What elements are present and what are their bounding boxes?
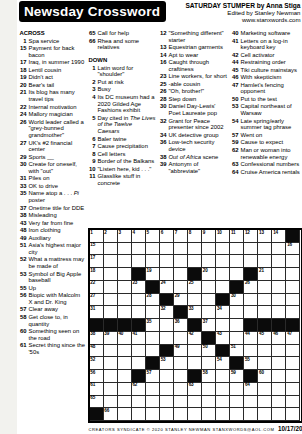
cell-r12c3[interactable]	[118, 370, 132, 383]
cell-r10c4[interactable]	[132, 345, 146, 358]
cell-r10c15[interactable]	[286, 345, 300, 358]
cell-r14c7[interactable]	[174, 396, 188, 409]
clue-across-60: 60Something seen on the road	[20, 328, 86, 341]
cell-r3c8[interactable]	[188, 255, 202, 268]
clue-number: 11	[89, 173, 98, 186]
cell-r9c4[interactable]: 41	[132, 332, 146, 345]
cell-r14c3[interactable]	[118, 396, 132, 409]
cell-r11c7[interactable]	[174, 357, 188, 370]
cell-r9c15[interactable]: 47	[286, 332, 300, 345]
cell-r6c14[interactable]	[272, 294, 286, 307]
black-cell-r4c12	[244, 268, 258, 281]
black-cell-r8c13	[258, 319, 272, 332]
cell-r13c4[interactable]: 62	[132, 383, 146, 396]
cell-number-11: 11	[231, 230, 235, 235]
cell-r4c10[interactable]	[216, 268, 230, 281]
cell-r3c15[interactable]	[286, 255, 300, 268]
cell-r9c3[interactable]: 40	[118, 332, 132, 345]
cell-r10c14[interactable]	[272, 345, 286, 358]
cell-r14c4[interactable]	[132, 396, 146, 409]
clue-text: Low-tech security device	[169, 139, 229, 152]
cell-r9c1[interactable]: 38	[90, 332, 104, 345]
cell-r2c15[interactable]: 16	[286, 243, 300, 256]
clue-number: 51	[20, 242, 29, 255]
clue-across-24: 24Mallory magician	[20, 111, 86, 118]
cell-r10c11[interactable]: 51	[230, 345, 244, 358]
cell-r13c15[interactable]	[286, 383, 300, 396]
cell-r15c8[interactable]	[188, 408, 202, 421]
clue-down-47: 47Hamlet's fencing opponent	[232, 82, 302, 95]
cell-r7c2[interactable]	[104, 306, 118, 319]
black-cell-r4c4	[132, 268, 146, 281]
cell-r4c9[interactable]: 20	[202, 268, 216, 281]
cell-r13c3[interactable]	[118, 383, 132, 396]
cell-r1c10[interactable]: 10	[216, 230, 230, 243]
cell-r3c3[interactable]	[118, 255, 132, 268]
cell-r15c14[interactable]	[272, 408, 286, 421]
cell-r15c12[interactable]	[244, 408, 258, 421]
clue-column-2: 65Call for help66Rhea and some relatives…	[89, 30, 156, 187]
cell-number-2: 2	[104, 230, 106, 235]
cell-r5c15[interactable]	[286, 281, 300, 294]
clue-text: Latin word for "shoulder"	[98, 65, 156, 78]
cell-r1c9[interactable]: 9	[202, 230, 216, 243]
cell-r2c2[interactable]	[104, 243, 118, 256]
cell-r1c4[interactable]: 4	[132, 230, 146, 243]
cell-r8c11[interactable]	[230, 319, 244, 332]
cell-r2c8[interactable]	[188, 243, 202, 256]
cell-number-26: 26	[245, 280, 250, 285]
cell-r4c11[interactable]	[230, 268, 244, 281]
clue-text: What a mattress may be made of	[29, 256, 86, 269]
clue-down-4: 4Its DC museum had a 2020 Gilded Age Fas…	[89, 94, 156, 114]
cell-number-42: 42	[189, 331, 194, 336]
clue-text: Sports __	[29, 154, 86, 161]
cell-r5c6[interactable]: 24	[160, 281, 174, 294]
cell-r10c2[interactable]	[104, 345, 118, 358]
clue-text: -able cousin	[169, 81, 229, 88]
cell-r2c14[interactable]	[272, 243, 286, 256]
cell-r2c6[interactable]	[160, 243, 174, 256]
cell-r9c13[interactable]: 45	[258, 332, 272, 345]
clue-text: World leader called a "grey-bunned grand…	[29, 119, 86, 139]
cell-r14c13[interactable]	[258, 396, 272, 409]
clue-across-65: 65Call for help	[89, 30, 156, 37]
cell-r11c1[interactable]: 52	[90, 357, 104, 370]
cell-r9c7[interactable]	[174, 332, 188, 345]
cell-r15c13[interactable]	[258, 408, 272, 421]
cell-r12c10[interactable]	[216, 370, 230, 383]
cell-r13c2[interactable]	[104, 383, 118, 396]
cell-number-3: 3	[118, 230, 120, 235]
cell-r3c4[interactable]	[132, 255, 146, 268]
cell-r13c1[interactable]: 61	[90, 383, 104, 396]
cell-r7c3[interactable]	[118, 306, 132, 319]
cell-number-22: 22	[90, 280, 95, 285]
cell-number-21: 21	[259, 268, 264, 273]
cell-r4c2[interactable]	[104, 268, 118, 281]
clue-down-42: 42Cell activator	[232, 52, 302, 59]
cell-r7c8[interactable]: 33	[188, 306, 202, 319]
masthead-title: Newsday Crossword	[19, 1, 166, 22]
cell-r3c2[interactable]	[104, 255, 118, 268]
clue-text: OK to drive	[29, 183, 86, 190]
cell-r14c11[interactable]	[230, 396, 244, 409]
clue-number: 23	[160, 73, 169, 80]
black-cell-r12c4	[132, 370, 146, 383]
clue-number: 16	[160, 59, 169, 72]
cell-number-44: 44	[245, 331, 250, 336]
cell-r5c4[interactable]: 23	[132, 281, 146, 294]
cell-r5c12[interactable]: 26	[244, 281, 258, 294]
cell-r1c1[interactable]: 1	[90, 230, 104, 243]
cell-r2c5[interactable]	[146, 243, 160, 256]
cell-r9c2[interactable]: 39	[104, 332, 118, 345]
clue-number: 8	[89, 151, 98, 158]
cell-r11c15[interactable]	[286, 357, 300, 370]
cell-r4c13[interactable]: 21	[258, 268, 272, 281]
clue-text: Capital northeast of Warsaw	[241, 103, 302, 116]
cell-r5c2[interactable]	[104, 281, 118, 294]
clue-text: Grant for Peace presenter since 2002	[169, 118, 229, 131]
cell-number-48: 48	[90, 344, 95, 349]
cell-number-25: 25	[189, 280, 194, 285]
cell-r10c12[interactable]	[244, 345, 258, 358]
cell-r14c6[interactable]	[160, 396, 174, 409]
cell-r10c1[interactable]: 48	[90, 345, 104, 358]
cell-r9c11[interactable]	[230, 332, 244, 345]
clue-number: 31	[20, 175, 29, 182]
clue-text: Up	[29, 285, 86, 292]
cell-r7c13[interactable]	[258, 306, 272, 319]
cell-r14c15[interactable]	[286, 396, 300, 409]
cell-r3c13[interactable]	[258, 255, 272, 268]
cell-r12c11[interactable]: 59	[230, 370, 244, 383]
cell-r7c9[interactable]	[202, 306, 216, 319]
cell-r7c6[interactable]: 32	[160, 306, 174, 319]
cell-r2c13[interactable]	[258, 243, 272, 256]
cell-r15c7[interactable]	[174, 408, 188, 421]
cell-r3c12[interactable]	[244, 255, 258, 268]
cell-number-4: 4	[132, 230, 134, 235]
cell-number-13: 13	[259, 230, 264, 235]
cell-r11c2[interactable]	[104, 357, 118, 370]
cell-r7c4[interactable]	[132, 306, 146, 319]
cell-r13c9[interactable]	[202, 383, 216, 396]
cell-r9c5[interactable]	[146, 332, 160, 345]
cell-r12c9[interactable]: 58	[202, 370, 216, 383]
cell-r10c5[interactable]	[146, 345, 160, 358]
cell-r2c3[interactable]	[118, 243, 132, 256]
cell-r4c7[interactable]	[174, 268, 188, 281]
cell-r7c14[interactable]	[272, 306, 286, 319]
cell-r13c6[interactable]	[160, 383, 174, 396]
clue-across-33: 33OK to drive	[20, 183, 86, 190]
cell-r11c10[interactable]: 54	[216, 357, 230, 370]
cell-r9c8[interactable]: 42	[188, 332, 202, 345]
clue-number: 9	[89, 158, 98, 165]
cell-r14c10[interactable]	[216, 396, 230, 409]
cell-r8c10[interactable]	[216, 319, 230, 332]
clue-text: Went on	[241, 132, 302, 139]
puzzle-website: www.stanxwords.com	[167, 16, 301, 23]
cell-r2c7[interactable]	[174, 243, 188, 256]
cell-r4c3[interactable]	[118, 268, 132, 281]
clue-number: 39	[160, 161, 169, 174]
cell-r4c15[interactable]	[286, 268, 300, 281]
cell-r11c12[interactable]: 55	[244, 357, 258, 370]
cell-r6c8[interactable]	[188, 294, 202, 307]
clue-down-63: 63Confessional numbers	[232, 161, 302, 168]
cell-r11c8[interactable]	[188, 357, 202, 370]
cell-r11c3[interactable]	[118, 357, 132, 370]
cell-r1c5[interactable]: 5	[146, 230, 160, 243]
cell-r1c12[interactable]: 12	[244, 230, 258, 243]
cell-r12c2[interactable]	[104, 370, 118, 383]
cell-r10c9[interactable]: 50	[202, 345, 216, 358]
puzzle-title-byline: SATURDAY STUMPER by Anna Stiga	[167, 2, 301, 9]
cell-r6c2[interactable]	[104, 294, 118, 307]
cell-number-43: 43	[217, 331, 222, 336]
cell-r10c3[interactable]	[118, 345, 132, 358]
black-cell-r9c9	[202, 332, 216, 345]
cell-r9c14[interactable]: 46	[272, 332, 286, 345]
cell-number-34: 34	[217, 306, 222, 311]
cell-r8c7[interactable]: 36	[174, 319, 188, 332]
cell-r5c3[interactable]	[118, 281, 132, 294]
cell-r5c7[interactable]	[174, 281, 188, 294]
clue-across-38: 38Misleading	[20, 212, 86, 219]
cell-number-45: 45	[259, 331, 264, 336]
cell-r6c3[interactable]	[118, 294, 132, 307]
cell-r14c8[interactable]	[188, 396, 202, 409]
black-cell-r8c12	[244, 319, 258, 332]
cell-r1c6[interactable]: 6	[160, 230, 174, 243]
cell-r2c4[interactable]	[132, 243, 146, 256]
cell-r6c7[interactable]: 29	[174, 294, 188, 307]
cell-r10c13[interactable]	[258, 345, 272, 358]
cell-r2c10[interactable]	[216, 243, 230, 256]
cell-r7c11[interactable]	[230, 306, 244, 319]
cell-r11c4[interactable]	[132, 357, 146, 370]
clue-text: Apt to wear	[169, 52, 229, 59]
cell-number-7: 7	[175, 230, 177, 235]
cell-r13c12[interactable]: 64	[244, 383, 258, 396]
cell-r2c12[interactable]	[244, 243, 258, 256]
cell-r14c12[interactable]	[244, 396, 258, 409]
cell-r2c11[interactable]	[230, 243, 244, 256]
clue-number: 45	[232, 67, 241, 74]
cell-r13c10[interactable]	[216, 383, 230, 396]
cell-r8c6[interactable]	[160, 319, 174, 332]
cell-r13c13[interactable]	[258, 383, 272, 396]
cell-r5c10[interactable]	[216, 281, 230, 294]
clue-number: 26	[160, 88, 169, 95]
cell-r6c15[interactable]	[286, 294, 300, 307]
cell-r12c14[interactable]	[272, 370, 286, 383]
clue-number: 10	[89, 166, 98, 173]
cell-r3c5[interactable]	[146, 255, 160, 268]
cell-r14c14[interactable]	[272, 396, 286, 409]
cell-r10c7[interactable]: 49	[174, 345, 188, 358]
cell-r11c13[interactable]	[258, 357, 272, 370]
cell-r12c1[interactable]: 56	[90, 370, 104, 383]
clue-number: 20	[20, 82, 29, 89]
cell-number-62: 62	[132, 382, 137, 387]
cell-r13c11[interactable]	[230, 383, 244, 396]
cell-r3c9[interactable]	[202, 255, 216, 268]
clue-number: 4	[89, 94, 98, 114]
cell-r4c1[interactable]: 18	[90, 268, 104, 281]
cell-r4c14[interactable]	[272, 268, 286, 281]
cell-number-53: 53	[161, 357, 166, 362]
cell-r6c13[interactable]	[258, 294, 272, 307]
cell-r14c9[interactable]	[202, 396, 216, 409]
cell-r10c8[interactable]	[188, 345, 202, 358]
clue-text: Cell letters	[98, 151, 156, 158]
clue-down-38: 38Out of Africa scene	[160, 154, 229, 161]
clue-number: 52	[20, 256, 29, 269]
cell-r6c11[interactable]: 30	[230, 294, 244, 307]
cell-r3c11[interactable]	[230, 255, 244, 268]
cell-r1c8[interactable]: 8	[188, 230, 202, 243]
cell-r6c9[interactable]	[202, 294, 216, 307]
cell-r3c10[interactable]	[216, 255, 230, 268]
clue-text: Daniel Day-Lewis' Poet Laureate pop	[169, 103, 229, 116]
cell-r4c6[interactable]	[160, 268, 174, 281]
cell-r13c14[interactable]	[272, 383, 286, 396]
cell-r6c5[interactable]: 28	[146, 294, 160, 307]
cell-r13c5[interactable]	[146, 383, 160, 396]
cell-r15c6[interactable]	[160, 408, 174, 421]
clue-down-13: 13Equestrian garments	[160, 44, 229, 51]
cell-r1c7[interactable]: 7	[174, 230, 188, 243]
cell-r3c7[interactable]	[174, 255, 188, 268]
clue-text: Piles on	[29, 175, 86, 182]
clue-text: "Oh, brother!"	[169, 88, 229, 95]
cell-r12c7[interactable]	[174, 370, 188, 383]
cell-r15c4[interactable]	[132, 408, 146, 421]
clue-text: Tiki culture mainstays	[241, 67, 302, 74]
cell-r7c10[interactable]: 34	[216, 306, 230, 319]
cell-r1c2[interactable]: 2	[104, 230, 118, 243]
cell-r5c14[interactable]	[272, 281, 286, 294]
clue-number: 63	[232, 161, 241, 168]
cell-r7c12[interactable]	[244, 306, 258, 319]
cell-r5c1[interactable]: 22	[90, 281, 104, 294]
cell-number-6: 6	[161, 230, 163, 235]
clue-across-1: 1Spa service	[20, 38, 86, 45]
cell-r15c3[interactable]	[118, 408, 132, 421]
cell-r12c5[interactable]: 57	[146, 370, 160, 383]
cell-r1c13[interactable]: 13	[258, 230, 272, 243]
cell-number-52: 52	[90, 357, 95, 362]
clue-number: 54	[232, 118, 241, 131]
cell-r15c9[interactable]	[202, 408, 216, 421]
clue-number: 59	[232, 139, 241, 146]
black-cell-r11c11	[230, 357, 244, 370]
clue-text: Border of the Balkans	[98, 158, 156, 165]
cell-r1c3[interactable]: 3	[118, 230, 132, 243]
cell-r14c5[interactable]	[146, 396, 160, 409]
clue-text: Onetime title for DDE	[29, 205, 86, 212]
cell-r11c6[interactable]: 53	[160, 357, 174, 370]
cell-r1c14[interactable]: 14	[272, 230, 286, 243]
cell-r12c15[interactable]	[286, 370, 300, 383]
clue-number: 5	[89, 115, 98, 135]
clue-number: 40	[232, 30, 241, 37]
clue-text: UK's #2 financial center	[29, 140, 86, 153]
cell-r9c10[interactable]: 43	[216, 332, 230, 345]
cell-r7c15[interactable]	[286, 306, 300, 319]
cell-number-16: 16	[287, 242, 292, 247]
cell-r15c2[interactable]: 66	[104, 408, 118, 421]
cell-r8c9[interactable]: 37	[202, 319, 216, 332]
cell-r13c8[interactable]: 63	[188, 383, 202, 396]
cell-r2c1[interactable]: 15	[90, 243, 104, 256]
cell-r15c10[interactable]	[216, 408, 230, 421]
clue-across-15: 15Payment for back bacon	[20, 45, 86, 58]
cell-r7c1[interactable]: 31	[90, 306, 104, 319]
cell-number-56: 56	[90, 370, 95, 375]
cell-r3c14[interactable]	[272, 255, 286, 268]
cell-r6c12[interactable]	[244, 294, 258, 307]
cell-number-64: 64	[245, 382, 250, 387]
cell-r2c9[interactable]	[202, 243, 216, 256]
clue-number: 30	[20, 161, 29, 174]
cell-r11c14[interactable]	[272, 357, 286, 370]
clue-down-12: 12"Something different" starter	[160, 30, 229, 43]
cell-r13c7[interactable]	[174, 383, 188, 396]
cell-r3c1[interactable]: 17	[90, 255, 104, 268]
clue-number: 57	[232, 132, 241, 139]
clue-number: 2	[89, 79, 98, 86]
cell-r9c12[interactable]: 44	[244, 332, 258, 345]
clue-number: 29	[20, 154, 29, 161]
cell-r1c11[interactable]: 11	[230, 230, 244, 243]
cell-r14c1[interactable]: 65	[90, 396, 104, 409]
cell-r15c11[interactable]	[230, 408, 244, 421]
cell-r11c9[interactable]	[202, 357, 216, 370]
cell-r4c5[interactable]: 19	[146, 268, 160, 281]
clue-across-29: 29Sports __	[20, 154, 86, 161]
clue-text: Late spring/early summer tag phrase	[241, 118, 302, 131]
cell-number-8: 8	[189, 230, 191, 235]
clue-down-2: 2Put at risk	[89, 79, 156, 86]
cell-r12c6[interactable]	[160, 370, 174, 383]
cell-r7c5[interactable]	[146, 306, 160, 319]
cell-number-49: 49	[175, 344, 180, 349]
cell-r5c9[interactable]	[202, 281, 216, 294]
cell-r5c8[interactable]: 25	[188, 281, 202, 294]
cell-r15c5[interactable]	[146, 408, 160, 421]
clue-number: 27	[20, 140, 29, 153]
cell-r12c13[interactable]: 60	[258, 370, 272, 383]
black-cell-r8c14	[272, 319, 286, 332]
cell-r15c15[interactable]	[286, 408, 300, 421]
cell-number-39: 39	[104, 331, 109, 336]
cell-r6c1[interactable]: 27	[90, 294, 104, 307]
clue-down-50: 50Put to the test	[232, 96, 302, 103]
clue-across-51: 51Asia's highest major city	[20, 242, 86, 255]
cell-r8c5[interactable]: 35	[146, 319, 160, 332]
clue-text: Spa service	[29, 38, 86, 45]
cell-r14c2[interactable]	[104, 396, 118, 409]
cell-r3c6[interactable]	[160, 255, 174, 268]
cell-r5c13[interactable]	[258, 281, 272, 294]
cell-r9c6[interactable]	[160, 332, 174, 345]
cell-r6c4[interactable]	[132, 294, 146, 307]
